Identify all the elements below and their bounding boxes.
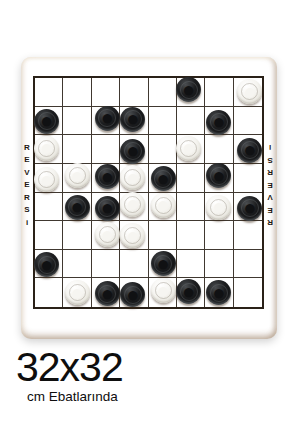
board-cell: [149, 78, 177, 107]
board-cell: [63, 107, 91, 136]
white-disc: ●: [120, 165, 145, 190]
brand-letter: R: [267, 169, 273, 177]
black-disc: ●: [176, 279, 201, 304]
black-disc: ●: [120, 282, 145, 307]
board-cell: ●: [234, 193, 262, 222]
board-cell: [234, 107, 262, 136]
board-cell: ●: [177, 78, 205, 107]
board-cell: ●: [120, 193, 148, 222]
brand-letter: i: [269, 144, 271, 152]
brand-letter: E: [24, 181, 29, 189]
brand-letter: i: [26, 219, 28, 227]
black-disc: ●: [237, 196, 262, 221]
black-disc: ●: [237, 138, 262, 163]
unit-caption: cm Ebatlarında: [27, 389, 123, 404]
black-disc: ●: [206, 110, 231, 135]
board-cell: ●: [120, 164, 148, 193]
product-photo: REVERSi ●●●●●●●●●●●●●●●●●●●●●●●●●●●●●●●●…: [0, 0, 298, 448]
board-cell: [177, 193, 205, 222]
black-disc: ●: [95, 164, 120, 189]
board-cell: ●: [149, 278, 177, 307]
board-cell: ●: [234, 135, 262, 164]
board-cell: ●: [35, 250, 63, 279]
board-cell: [35, 278, 63, 307]
board-cell: ●: [205, 278, 233, 307]
board-cell: [205, 221, 233, 250]
board-cell: ●: [177, 135, 205, 164]
board-cell: ●: [63, 193, 91, 222]
board-cell: [205, 250, 233, 279]
brand-letter: E: [267, 181, 272, 189]
board-cell: ●: [35, 135, 63, 164]
board-cell: ●: [120, 107, 148, 136]
board-cell: ●: [205, 193, 233, 222]
white-disc: ●: [95, 222, 120, 247]
white-disc: ●: [65, 163, 90, 188]
board-cell: ●: [92, 221, 120, 250]
board-cell: [120, 250, 148, 279]
board-cell: [92, 135, 120, 164]
board-cell: ●: [92, 107, 120, 136]
board-cell: ●: [149, 164, 177, 193]
board-cell: ●: [63, 164, 91, 193]
board-cell: [149, 107, 177, 136]
white-disc: ●: [34, 167, 59, 192]
board-cell: [92, 250, 120, 279]
board-cell: ●: [205, 107, 233, 136]
brand-letter: S: [267, 156, 272, 164]
black-disc: ●: [65, 195, 90, 220]
black-disc: ●: [95, 196, 120, 221]
white-disc: ●: [34, 136, 59, 161]
brand-letter: E: [267, 206, 272, 214]
board-brand-left: REVERSi: [21, 57, 33, 313]
board-grid: ●●●●●●●●●●●●●●●●●●●●●●●●●●●●●●●●: [33, 76, 264, 309]
board-cell: ●: [35, 164, 63, 193]
white-disc: ●: [176, 136, 201, 161]
board-cell: ●: [92, 164, 120, 193]
size-caption: 32x32: [16, 346, 123, 388]
board-cell: [234, 278, 262, 307]
board-cell: [35, 221, 63, 250]
board-cell: [177, 107, 205, 136]
board-cell: [63, 250, 91, 279]
board-cell: [63, 78, 91, 107]
board-cell: [92, 78, 120, 107]
board-cell: ●: [63, 278, 91, 307]
board-cell: [177, 250, 205, 279]
board-cell: ●: [92, 278, 120, 307]
board-cell: [205, 78, 233, 107]
board-cell: ●: [234, 78, 262, 107]
board-cell: ●: [120, 221, 148, 250]
white-disc: ●: [206, 195, 231, 220]
brand-letter: R: [24, 144, 30, 152]
black-disc: ●: [206, 280, 231, 305]
board-cell: ●: [120, 278, 148, 307]
board-cell: ●: [120, 135, 148, 164]
brand-letter: V: [24, 169, 29, 177]
white-disc: ●: [151, 193, 176, 218]
black-disc: ●: [176, 77, 201, 102]
board-cell: [234, 164, 262, 193]
black-disc: ●: [120, 139, 145, 164]
board-cell: ●: [149, 250, 177, 279]
board-cell: [63, 221, 91, 250]
board-cell: [149, 221, 177, 250]
brand-letter: V: [267, 194, 272, 202]
board-cell: ●: [205, 164, 233, 193]
white-disc: ●: [120, 192, 145, 217]
caption: 32x32 cm Ebatlarında: [16, 346, 123, 404]
board-cell: ●: [35, 107, 63, 136]
white-disc: ●: [151, 278, 176, 303]
board-cell: [63, 135, 91, 164]
board-cell: ●: [149, 193, 177, 222]
brand-letter: R: [24, 194, 30, 202]
reversi-board: REVERSi ●●●●●●●●●●●●●●●●●●●●●●●●●●●●●●●●…: [21, 57, 277, 339]
black-disc: ●: [151, 166, 176, 191]
board-brand-right: REVERSi: [264, 57, 276, 313]
board-cell: [149, 135, 177, 164]
black-disc: ●: [95, 106, 120, 131]
board-cell: [205, 135, 233, 164]
black-disc: ●: [95, 281, 120, 306]
brand-letter: E: [24, 156, 29, 164]
black-disc: ●: [34, 109, 59, 134]
board-cell: [234, 221, 262, 250]
board-cell: ●: [177, 278, 205, 307]
brand-letter: R: [267, 219, 273, 227]
black-disc: ●: [206, 163, 231, 188]
black-disc: ●: [34, 252, 59, 277]
board-cell: ●: [92, 193, 120, 222]
board-cell: [120, 78, 148, 107]
white-disc: ●: [237, 79, 262, 104]
brand-letter: S: [24, 206, 29, 214]
board-cell: [35, 193, 63, 222]
white-disc: ●: [120, 223, 145, 248]
board-cell: [234, 250, 262, 279]
board-cell: [35, 78, 63, 107]
black-disc: ●: [120, 107, 145, 132]
board-cell: [177, 164, 205, 193]
black-disc: ●: [151, 251, 176, 276]
board-cell: [177, 221, 205, 250]
white-disc: ●: [65, 280, 90, 305]
